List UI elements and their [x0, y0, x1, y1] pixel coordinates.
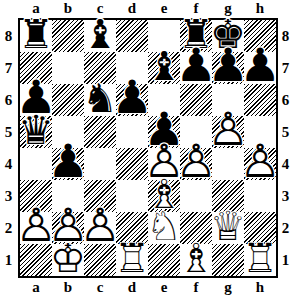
piece-white-bishop-f1[interactable]: ♝♗ — [178, 238, 214, 278]
piece-glyph-layer: ♜ — [18, 14, 54, 54]
rank-label-right-5: 5 — [278, 116, 293, 148]
square-d3[interactable] — [116, 180, 148, 212]
piece-white-king-b1[interactable]: ♚♔ — [50, 238, 86, 278]
rank-label-right-3: 3 — [278, 180, 293, 212]
square-c1[interactable] — [84, 244, 116, 276]
square-a8[interactable]: ♜ — [20, 20, 52, 52]
square-g2[interactable]: ♛♕ — [212, 212, 244, 244]
square-b8[interactable] — [52, 20, 84, 52]
piece-outline-layer: ♕ — [210, 206, 246, 246]
square-e2[interactable]: ♞♘ — [148, 212, 180, 244]
square-a1[interactable] — [20, 244, 52, 276]
file-label-bottom-c: c — [84, 279, 116, 295]
file-label-top-h: h — [244, 0, 276, 17]
file-label-bottom-h: h — [244, 279, 276, 295]
file-label-top-b: b — [52, 0, 84, 17]
piece-black-bishop-c8[interactable]: ♝ — [82, 14, 118, 54]
square-g1[interactable] — [212, 244, 244, 276]
rank-label-right-1: 1 — [278, 244, 293, 276]
square-c2[interactable]: ♟♙ — [84, 212, 116, 244]
square-b4[interactable]: ♟ — [52, 148, 84, 180]
piece-glyph-layer: ♟ — [47, 138, 88, 184]
rank-label-right-2: 2 — [278, 212, 293, 244]
piece-outline-layer: ♖ — [242, 238, 278, 278]
file-label-bottom-g: g — [212, 279, 244, 295]
file-label-bottom-f: f — [180, 279, 212, 295]
square-d1[interactable]: ♜♖ — [116, 244, 148, 276]
square-h6[interactable] — [244, 84, 276, 116]
piece-white-rook-h1[interactable]: ♜♖ — [242, 238, 278, 278]
rank-label-right-8: 8 — [278, 20, 293, 52]
chess-diagram: abcdefgh 87654321 ♜♝♜♚♝♟♟♟♟♞♟♛♟♟♙♟♟♙♟♙♟♙… — [0, 0, 293, 295]
file-label-top-d: d — [116, 0, 148, 17]
file-label-bottom-b: b — [52, 279, 84, 295]
rank-label-right-7: 7 — [278, 52, 293, 84]
square-b7[interactable] — [52, 52, 84, 84]
piece-outline-layer: ♘ — [146, 206, 182, 246]
file-label-bottom-d: d — [116, 279, 148, 295]
square-h4[interactable]: ♟♙ — [244, 148, 276, 180]
square-h7[interactable]: ♟ — [244, 52, 276, 84]
file-label-top-e: e — [148, 0, 180, 17]
piece-outline-layer: ♗ — [178, 238, 214, 278]
square-c8[interactable]: ♝ — [84, 20, 116, 52]
square-h1[interactable]: ♜♖ — [244, 244, 276, 276]
square-b1[interactable]: ♚♔ — [52, 244, 84, 276]
piece-outline-layer: ♖ — [114, 238, 150, 278]
rank-labels-right: 87654321 — [278, 20, 293, 276]
piece-white-rook-d1[interactable]: ♜♖ — [114, 238, 150, 278]
square-f1[interactable]: ♝♗ — [180, 244, 212, 276]
piece-black-rook-a8[interactable]: ♜ — [18, 14, 54, 54]
square-c4[interactable] — [84, 148, 116, 180]
piece-black-pawn-b4[interactable]: ♟ — [47, 138, 88, 184]
piece-outline-layer: ♔ — [50, 238, 86, 278]
piece-glyph-layer: ♝ — [82, 14, 118, 54]
square-e1[interactable] — [148, 244, 180, 276]
piece-glyph-layer: ♟ — [239, 42, 280, 88]
square-c5[interactable] — [84, 116, 116, 148]
square-d8[interactable] — [116, 20, 148, 52]
file-labels-bottom: abcdefgh — [20, 279, 276, 295]
piece-white-queen-g2[interactable]: ♛♕ — [210, 206, 246, 246]
rank-label-right-4: 4 — [278, 148, 293, 180]
piece-white-pawn-h4[interactable]: ♟♙ — [239, 138, 280, 184]
square-b6[interactable] — [52, 84, 84, 116]
piece-outline-layer: ♙ — [239, 138, 280, 184]
piece-black-pawn-h7[interactable]: ♟ — [239, 42, 280, 88]
rank-label-left-4: 4 — [0, 148, 17, 180]
square-h3[interactable] — [244, 180, 276, 212]
file-label-bottom-e: e — [148, 279, 180, 295]
file-label-bottom-a: a — [20, 279, 52, 295]
rank-label-right-6: 6 — [278, 84, 293, 116]
square-f4[interactable]: ♟♙ — [180, 148, 212, 180]
square-f3[interactable] — [180, 180, 212, 212]
chess-board: ♜♝♜♚♝♟♟♟♟♞♟♛♟♟♙♟♟♙♟♙♟♙♝♗♟♙♟♙♟♙♞♘♛♕♚♔♜♖♝♗… — [18, 18, 278, 278]
piece-white-knight-e2[interactable]: ♞♘ — [146, 206, 182, 246]
rank-label-left-8: 8 — [0, 20, 17, 52]
